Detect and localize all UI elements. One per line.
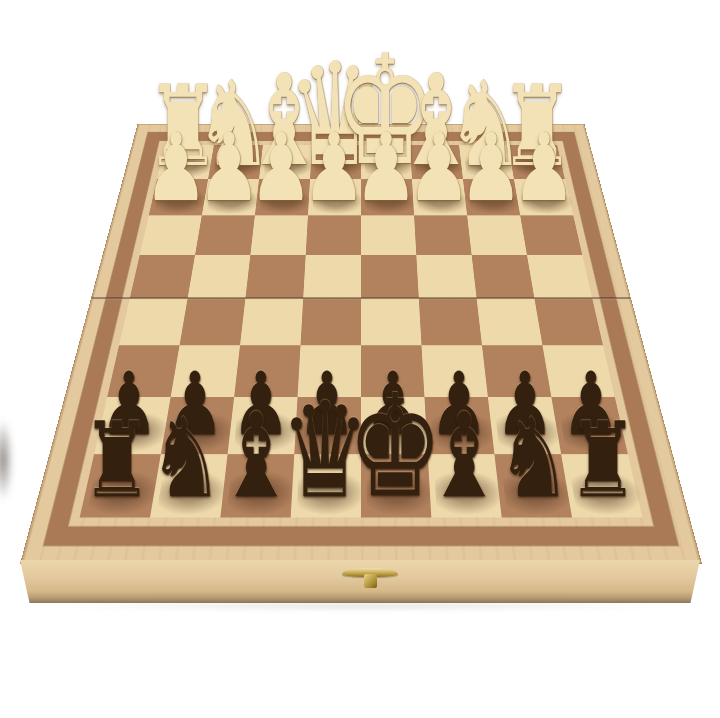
piece-shadow xyxy=(259,189,312,214)
square-c3[interactable] xyxy=(414,215,472,255)
square-f2[interactable] xyxy=(255,179,310,215)
square-b8[interactable] xyxy=(494,454,572,517)
board-grid xyxy=(80,145,643,517)
square-h1[interactable] xyxy=(157,145,214,179)
piece-shadow xyxy=(468,189,523,214)
piece-shadow xyxy=(434,471,505,515)
square-b1[interactable] xyxy=(459,145,514,179)
brass-clasp-icon[interactable] xyxy=(342,566,398,592)
square-h6[interactable] xyxy=(107,345,179,397)
piece-shadow xyxy=(296,471,365,515)
square-b7[interactable] xyxy=(488,397,561,454)
box-shadow xyxy=(40,601,680,611)
piece-shadow xyxy=(233,412,300,451)
square-a7[interactable] xyxy=(551,397,628,454)
square-f8[interactable] xyxy=(220,454,294,517)
piece-shadow xyxy=(300,412,365,451)
square-f5[interactable] xyxy=(240,298,303,345)
piece-shadow xyxy=(312,189,364,214)
square-b6[interactable] xyxy=(482,345,551,397)
square-d5[interactable] xyxy=(361,298,421,345)
piece-shadow xyxy=(162,154,216,177)
chess-board xyxy=(20,124,702,564)
background-smudge xyxy=(0,418,13,502)
square-e5[interactable] xyxy=(301,298,361,345)
square-e4[interactable] xyxy=(303,255,361,298)
square-g2[interactable] xyxy=(202,179,259,215)
square-e7[interactable] xyxy=(294,397,361,454)
square-f3[interactable] xyxy=(250,215,308,255)
square-g3[interactable] xyxy=(195,215,255,255)
piece-shadow xyxy=(226,471,297,515)
square-f1[interactable] xyxy=(259,145,312,179)
square-g7[interactable] xyxy=(161,397,234,454)
square-a3[interactable] xyxy=(520,215,582,255)
square-e2[interactable] xyxy=(308,179,361,215)
square-a2[interactable] xyxy=(514,179,573,215)
square-h7[interactable] xyxy=(94,397,171,454)
square-d3[interactable] xyxy=(361,215,416,255)
square-a6[interactable] xyxy=(542,345,614,397)
square-f6[interactable] xyxy=(234,345,300,397)
square-c1[interactable] xyxy=(410,145,463,179)
square-b5[interactable] xyxy=(477,298,543,345)
square-b4[interactable] xyxy=(472,255,535,298)
piece-shadow xyxy=(417,189,470,214)
piece-shadow xyxy=(366,412,431,451)
square-a4[interactable] xyxy=(527,255,592,298)
square-f4[interactable] xyxy=(245,255,305,298)
piece-shadow xyxy=(366,471,435,515)
square-d7[interactable] xyxy=(361,397,428,454)
square-d2[interactable] xyxy=(361,179,414,215)
square-c5[interactable] xyxy=(419,298,482,345)
piece-shadow xyxy=(153,189,209,214)
square-h5[interactable] xyxy=(119,298,188,345)
square-b3[interactable] xyxy=(467,215,527,255)
piece-shadow xyxy=(514,154,568,177)
square-c2[interactable] xyxy=(412,179,467,215)
square-c4[interactable] xyxy=(416,255,476,298)
piece-shadow xyxy=(314,154,364,177)
square-d1[interactable] xyxy=(361,145,412,179)
square-c7[interactable] xyxy=(424,397,494,454)
square-a5[interactable] xyxy=(534,298,603,345)
piece-shadow xyxy=(559,412,631,451)
square-e8[interactable] xyxy=(291,454,361,517)
square-a8[interactable] xyxy=(561,454,642,517)
square-g4[interactable] xyxy=(188,255,251,298)
square-h3[interactable] xyxy=(140,215,202,255)
square-e6[interactable] xyxy=(298,345,361,397)
piece-shadow xyxy=(464,154,517,177)
square-e3[interactable] xyxy=(306,215,361,255)
product-photo-scene: ♜♞♝♛♚♝♞♜♟♟♟♟♟♟♟♟♟♟♟♟♟♟♟♟♜♞♝♛♚♝♞♜ xyxy=(0,0,720,718)
square-e1[interactable] xyxy=(310,145,361,179)
square-h8[interactable] xyxy=(80,454,161,517)
clasp-tab xyxy=(364,574,377,588)
piece-shadow xyxy=(365,189,417,214)
piece-shadow xyxy=(212,154,264,177)
piece-shadow xyxy=(415,154,466,177)
piece-shadow xyxy=(263,154,314,177)
square-b2[interactable] xyxy=(463,179,520,215)
square-d6[interactable] xyxy=(361,345,424,397)
piece-shadow xyxy=(569,471,645,515)
piece-shadow xyxy=(365,154,415,177)
square-h2[interactable] xyxy=(149,179,208,215)
square-d4[interactable] xyxy=(361,255,419,298)
piece-shadow xyxy=(430,412,498,451)
square-d8[interactable] xyxy=(361,454,431,517)
square-f7[interactable] xyxy=(228,397,298,454)
piece-shadow xyxy=(520,189,576,214)
square-a1[interactable] xyxy=(508,145,565,179)
square-g5[interactable] xyxy=(180,298,246,345)
piece-shadow xyxy=(167,412,237,451)
piece-shadow xyxy=(206,189,261,214)
square-g8[interactable] xyxy=(150,454,228,517)
square-g6[interactable] xyxy=(171,345,240,397)
square-c8[interactable] xyxy=(428,454,502,517)
square-c6[interactable] xyxy=(421,345,487,397)
square-g1[interactable] xyxy=(208,145,263,179)
piece-shadow xyxy=(156,471,230,515)
piece-shadow xyxy=(100,412,172,451)
square-h4[interactable] xyxy=(130,255,195,298)
